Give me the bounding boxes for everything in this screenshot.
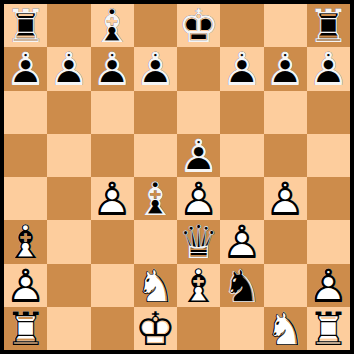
square-c4[interactable]: ♟♙ bbox=[91, 177, 134, 220]
square-a5[interactable] bbox=[4, 134, 47, 177]
square-a1[interactable]: ♜♖ bbox=[4, 307, 47, 350]
square-g3[interactable] bbox=[264, 220, 307, 263]
square-g8[interactable] bbox=[264, 4, 307, 47]
piece-black-bishop[interactable]: ♝♗ bbox=[134, 177, 177, 220]
square-c7[interactable]: ♟♙ bbox=[91, 47, 134, 90]
square-f7[interactable]: ♟♙ bbox=[220, 47, 263, 90]
square-b4[interactable] bbox=[47, 177, 90, 220]
piece-black-pawn[interactable]: ♟♙ bbox=[220, 47, 263, 90]
piece-glyph-outline: ♖ bbox=[307, 4, 350, 47]
square-d8[interactable] bbox=[134, 4, 177, 47]
square-c1[interactable] bbox=[91, 307, 134, 350]
piece-glyph-outline: ♖ bbox=[4, 4, 47, 47]
piece-glyph-outline: ♙ bbox=[177, 134, 220, 177]
piece-black-pawn[interactable]: ♟♙ bbox=[264, 47, 307, 90]
piece-glyph-outline: ♘ bbox=[264, 307, 307, 350]
piece-glyph-outline: ♕ bbox=[177, 220, 220, 263]
piece-black-pawn[interactable]: ♟♙ bbox=[134, 47, 177, 90]
square-f3[interactable]: ♟♙ bbox=[220, 220, 263, 263]
square-g6[interactable] bbox=[264, 91, 307, 134]
piece-white-king[interactable]: ♚♔ bbox=[134, 307, 177, 350]
piece-glyph-outline: ♙ bbox=[220, 47, 263, 90]
piece-black-rook[interactable]: ♜♖ bbox=[4, 4, 47, 47]
piece-white-pawn[interactable]: ♟♙ bbox=[220, 220, 263, 263]
piece-glyph-outline: ♙ bbox=[264, 47, 307, 90]
square-g5[interactable] bbox=[264, 134, 307, 177]
square-a7[interactable]: ♟♙ bbox=[4, 47, 47, 90]
square-c2[interactable] bbox=[91, 264, 134, 307]
piece-white-pawn[interactable]: ♟♙ bbox=[177, 177, 220, 220]
square-h8[interactable]: ♜♖ bbox=[307, 4, 350, 47]
square-f1[interactable] bbox=[220, 307, 263, 350]
square-h7[interactable]: ♟♙ bbox=[307, 47, 350, 90]
piece-black-pawn[interactable]: ♟♙ bbox=[4, 47, 47, 90]
piece-black-pawn[interactable]: ♟♙ bbox=[177, 134, 220, 177]
square-d7[interactable]: ♟♙ bbox=[134, 47, 177, 90]
piece-glyph-outline: ♙ bbox=[307, 47, 350, 90]
square-e1[interactable] bbox=[177, 307, 220, 350]
square-e8[interactable]: ♚♔ bbox=[177, 4, 220, 47]
piece-white-knight[interactable]: ♞♘ bbox=[264, 307, 307, 350]
piece-black-queen[interactable]: ♛♕ bbox=[177, 220, 220, 263]
square-d2[interactable]: ♞♘ bbox=[134, 264, 177, 307]
square-f8[interactable] bbox=[220, 4, 263, 47]
piece-glyph-outline: ♙ bbox=[4, 264, 47, 307]
piece-glyph-outline: ♙ bbox=[177, 177, 220, 220]
piece-glyph-outline: ♙ bbox=[4, 47, 47, 90]
piece-glyph-outline: ♔ bbox=[177, 4, 220, 47]
piece-glyph-outline: ♗ bbox=[134, 177, 177, 220]
piece-glyph-outline: ♙ bbox=[91, 47, 134, 90]
square-g4[interactable]: ♟♙ bbox=[264, 177, 307, 220]
piece-glyph-outline: ♗ bbox=[4, 220, 47, 263]
piece-glyph-outline: ♙ bbox=[307, 264, 350, 307]
square-a6[interactable] bbox=[4, 91, 47, 134]
piece-glyph-outline: ♙ bbox=[220, 220, 263, 263]
piece-glyph-outline: ♗ bbox=[177, 264, 220, 307]
piece-black-pawn[interactable]: ♟♙ bbox=[307, 47, 350, 90]
square-h3[interactable] bbox=[307, 220, 350, 263]
piece-black-pawn[interactable]: ♟♙ bbox=[47, 47, 90, 90]
square-d5[interactable] bbox=[134, 134, 177, 177]
square-b1[interactable] bbox=[47, 307, 90, 350]
square-b6[interactable] bbox=[47, 91, 90, 134]
square-a4[interactable] bbox=[4, 177, 47, 220]
square-e5[interactable]: ♟♙ bbox=[177, 134, 220, 177]
piece-white-bishop[interactable]: ♝♗ bbox=[177, 264, 220, 307]
piece-white-pawn[interactable]: ♟♙ bbox=[4, 264, 47, 307]
piece-white-bishop[interactable]: ♝♗ bbox=[4, 220, 47, 263]
piece-black-knight[interactable]: ♞♘ bbox=[220, 264, 263, 307]
piece-black-king[interactable]: ♚♔ bbox=[177, 4, 220, 47]
piece-glyph-outline: ♔ bbox=[134, 307, 177, 350]
piece-black-bishop[interactable]: ♝♗ bbox=[91, 4, 134, 47]
square-d1[interactable]: ♚♔ bbox=[134, 307, 177, 350]
square-g7[interactable]: ♟♙ bbox=[264, 47, 307, 90]
square-a2[interactable]: ♟♙ bbox=[4, 264, 47, 307]
square-e6[interactable] bbox=[177, 91, 220, 134]
square-b8[interactable] bbox=[47, 4, 90, 47]
square-f6[interactable] bbox=[220, 91, 263, 134]
piece-glyph-outline: ♙ bbox=[47, 47, 90, 90]
square-h4[interactable] bbox=[307, 177, 350, 220]
square-e2[interactable]: ♝♗ bbox=[177, 264, 220, 307]
square-h1[interactable]: ♜♖ bbox=[307, 307, 350, 350]
piece-glyph-outline: ♖ bbox=[307, 307, 350, 350]
square-d4[interactable]: ♝♗ bbox=[134, 177, 177, 220]
piece-black-rook[interactable]: ♜♖ bbox=[307, 4, 350, 47]
square-c8[interactable]: ♝♗ bbox=[91, 4, 134, 47]
square-a3[interactable]: ♝♗ bbox=[4, 220, 47, 263]
piece-glyph-outline: ♘ bbox=[134, 264, 177, 307]
piece-white-rook[interactable]: ♜♖ bbox=[4, 307, 47, 350]
square-g2[interactable] bbox=[264, 264, 307, 307]
piece-glyph-outline: ♘ bbox=[220, 264, 263, 307]
square-h6[interactable] bbox=[307, 91, 350, 134]
square-g1[interactable]: ♞♘ bbox=[264, 307, 307, 350]
piece-white-pawn[interactable]: ♟♙ bbox=[91, 177, 134, 220]
square-f5[interactable] bbox=[220, 134, 263, 177]
square-c3[interactable] bbox=[91, 220, 134, 263]
square-f2[interactable]: ♞♘ bbox=[220, 264, 263, 307]
square-f4[interactable] bbox=[220, 177, 263, 220]
piece-glyph-outline: ♖ bbox=[4, 307, 47, 350]
piece-black-pawn[interactable]: ♟♙ bbox=[91, 47, 134, 90]
square-e4[interactable]: ♟♙ bbox=[177, 177, 220, 220]
square-a8[interactable]: ♜♖ bbox=[4, 4, 47, 47]
square-h5[interactable] bbox=[307, 134, 350, 177]
square-b3[interactable] bbox=[47, 220, 90, 263]
square-b5[interactable] bbox=[47, 134, 90, 177]
piece-white-knight[interactable]: ♞♘ bbox=[134, 264, 177, 307]
piece-white-rook[interactable]: ♜♖ bbox=[307, 307, 350, 350]
square-d3[interactable] bbox=[134, 220, 177, 263]
square-h2[interactable]: ♟♙ bbox=[307, 264, 350, 307]
piece-glyph-outline: ♙ bbox=[264, 177, 307, 220]
chess-board-frame: ♜♖♝♗♚♔♜♖♟♙♟♙♟♙♟♙♟♙♟♙♟♙♟♙♟♙♝♗♟♙♟♙♝♗♛♕♟♙♟♙… bbox=[0, 0, 354, 354]
piece-glyph-outline: ♗ bbox=[91, 4, 134, 47]
piece-white-pawn[interactable]: ♟♙ bbox=[264, 177, 307, 220]
chess-board: ♜♖♝♗♚♔♜♖♟♙♟♙♟♙♟♙♟♙♟♙♟♙♟♙♟♙♝♗♟♙♟♙♝♗♛♕♟♙♟♙… bbox=[4, 4, 350, 350]
square-b7[interactable]: ♟♙ bbox=[47, 47, 90, 90]
square-c5[interactable] bbox=[91, 134, 134, 177]
piece-glyph-outline: ♙ bbox=[134, 47, 177, 90]
square-e7[interactable] bbox=[177, 47, 220, 90]
square-c6[interactable] bbox=[91, 91, 134, 134]
piece-white-pawn[interactable]: ♟♙ bbox=[307, 264, 350, 307]
square-e3[interactable]: ♛♕ bbox=[177, 220, 220, 263]
piece-glyph-outline: ♙ bbox=[91, 177, 134, 220]
square-d6[interactable] bbox=[134, 91, 177, 134]
square-b2[interactable] bbox=[47, 264, 90, 307]
